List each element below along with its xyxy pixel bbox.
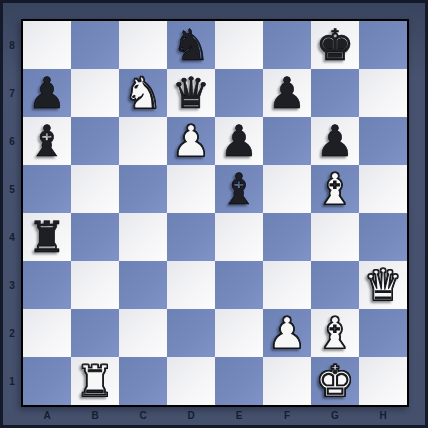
file-label-c: C [119, 407, 167, 423]
square-b7[interactable] [71, 69, 119, 117]
square-h4[interactable] [359, 213, 407, 261]
square-a3[interactable] [23, 261, 71, 309]
rank-label-3: 3 [3, 261, 21, 309]
rank-label-5: 5 [3, 165, 21, 213]
square-a2[interactable] [23, 309, 71, 357]
square-f4[interactable] [263, 213, 311, 261]
square-g5[interactable]: ♝ [311, 165, 359, 213]
square-a4[interactable]: ♜ [23, 213, 71, 261]
square-b8[interactable] [71, 21, 119, 69]
square-d8[interactable]: ♞ [167, 21, 215, 69]
square-d2[interactable] [167, 309, 215, 357]
rank-labels: 87654321 [3, 21, 21, 405]
square-h5[interactable] [359, 165, 407, 213]
square-f2[interactable]: ♟ [263, 309, 311, 357]
white-rook-b1[interactable]: ♜ [76, 360, 115, 403]
white-pawn-f2[interactable]: ♟ [268, 312, 307, 355]
black-bishop-e5[interactable]: ♝ [220, 168, 259, 211]
square-e3[interactable] [215, 261, 263, 309]
square-e6[interactable]: ♟ [215, 117, 263, 165]
white-pawn-d6[interactable]: ♟ [172, 120, 211, 163]
square-h7[interactable] [359, 69, 407, 117]
square-e4[interactable] [215, 213, 263, 261]
black-pawn-a7[interactable]: ♟ [28, 72, 67, 115]
square-e8[interactable] [215, 21, 263, 69]
square-g3[interactable] [311, 261, 359, 309]
square-a7[interactable]: ♟ [23, 69, 71, 117]
rank-label-7: 7 [3, 69, 21, 117]
square-a5[interactable] [23, 165, 71, 213]
square-d4[interactable] [167, 213, 215, 261]
square-c1[interactable] [119, 357, 167, 405]
white-king-g1[interactable]: ♚ [316, 360, 355, 403]
square-c7[interactable]: ♞ [119, 69, 167, 117]
square-f8[interactable] [263, 21, 311, 69]
square-d6[interactable]: ♟ [167, 117, 215, 165]
file-labels: ABCDEFGH [23, 407, 407, 423]
file-label-d: D [167, 407, 215, 423]
square-g4[interactable] [311, 213, 359, 261]
square-c4[interactable] [119, 213, 167, 261]
square-f3[interactable] [263, 261, 311, 309]
file-label-h: H [359, 407, 407, 423]
square-f1[interactable] [263, 357, 311, 405]
chess-board: ♞♚♟♞♛♟♝♟♟♟♝♝♜♛♟♝♜♚ [21, 19, 409, 407]
black-queen-d7[interactable]: ♛ [172, 72, 211, 115]
black-pawn-g6[interactable]: ♟ [316, 120, 355, 163]
white-bishop-g5[interactable]: ♝ [316, 168, 355, 211]
square-g2[interactable]: ♝ [311, 309, 359, 357]
square-b5[interactable] [71, 165, 119, 213]
square-h8[interactable] [359, 21, 407, 69]
square-f6[interactable] [263, 117, 311, 165]
file-label-b: B [71, 407, 119, 423]
file-label-e: E [215, 407, 263, 423]
white-bishop-g2[interactable]: ♝ [316, 312, 355, 355]
rank-label-6: 6 [3, 117, 21, 165]
black-pawn-f7[interactable]: ♟ [268, 72, 307, 115]
square-e5[interactable]: ♝ [215, 165, 263, 213]
square-g6[interactable]: ♟ [311, 117, 359, 165]
black-bishop-a6[interactable]: ♝ [28, 120, 67, 163]
square-h6[interactable] [359, 117, 407, 165]
file-label-a: A [23, 407, 71, 423]
square-e2[interactable] [215, 309, 263, 357]
square-h2[interactable] [359, 309, 407, 357]
square-a8[interactable] [23, 21, 71, 69]
square-g7[interactable] [311, 69, 359, 117]
rank-label-8: 8 [3, 21, 21, 69]
square-f7[interactable]: ♟ [263, 69, 311, 117]
white-knight-c7[interactable]: ♞ [124, 72, 163, 115]
square-a1[interactable] [23, 357, 71, 405]
square-e1[interactable] [215, 357, 263, 405]
square-d1[interactable] [167, 357, 215, 405]
square-c8[interactable] [119, 21, 167, 69]
square-b3[interactable] [71, 261, 119, 309]
square-c6[interactable] [119, 117, 167, 165]
square-g1[interactable]: ♚ [311, 357, 359, 405]
square-b4[interactable] [71, 213, 119, 261]
black-pawn-e6[interactable]: ♟ [220, 120, 259, 163]
rank-label-2: 2 [3, 309, 21, 357]
square-c3[interactable] [119, 261, 167, 309]
square-b1[interactable]: ♜ [71, 357, 119, 405]
square-e7[interactable] [215, 69, 263, 117]
board-frame: ♞♚♟♞♛♟♝♟♟♟♝♝♜♛♟♝♜♚ 87654321 ABCDEFGH [0, 0, 428, 428]
square-a6[interactable]: ♝ [23, 117, 71, 165]
square-b6[interactable] [71, 117, 119, 165]
square-d3[interactable] [167, 261, 215, 309]
white-queen-h3[interactable]: ♛ [364, 264, 403, 307]
square-b2[interactable] [71, 309, 119, 357]
square-c2[interactable] [119, 309, 167, 357]
square-h1[interactable] [359, 357, 407, 405]
file-label-g: G [311, 407, 359, 423]
rank-label-1: 1 [3, 357, 21, 405]
black-king-g8[interactable]: ♚ [316, 24, 355, 67]
square-g8[interactable]: ♚ [311, 21, 359, 69]
black-rook-a4[interactable]: ♜ [28, 216, 67, 259]
square-f5[interactable] [263, 165, 311, 213]
square-d5[interactable] [167, 165, 215, 213]
square-d7[interactable]: ♛ [167, 69, 215, 117]
square-c5[interactable] [119, 165, 167, 213]
square-h3[interactable]: ♛ [359, 261, 407, 309]
black-knight-d8[interactable]: ♞ [172, 24, 211, 67]
file-label-f: F [263, 407, 311, 423]
rank-label-4: 4 [3, 213, 21, 261]
